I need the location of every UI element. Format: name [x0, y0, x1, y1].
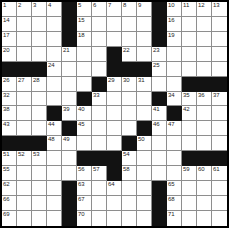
- cell-r8c14[interactable]: [197, 106, 212, 121]
- clue-number: 41: [153, 106, 160, 113]
- black-cell: [107, 47, 122, 62]
- black-cell: [62, 211, 77, 226]
- clue-number: 45: [78, 121, 85, 128]
- black-cell: [2, 136, 17, 151]
- cell-r14c1[interactable]: 66: [2, 196, 17, 211]
- clue-number: 56: [78, 166, 85, 173]
- cell-r7c2[interactable]: [17, 92, 32, 107]
- clue-number: 48: [48, 136, 55, 143]
- cell-r7c10[interactable]: [137, 92, 152, 107]
- black-cell: [182, 77, 197, 92]
- cell-r12c12[interactable]: [167, 166, 182, 181]
- cell-r6c5[interactable]: [62, 77, 77, 92]
- black-cell: [62, 32, 77, 47]
- cell-r14c14[interactable]: [197, 196, 212, 211]
- cell-r6c4[interactable]: [47, 77, 62, 92]
- cell-r2c13[interactable]: [182, 17, 197, 32]
- cell-r13c4[interactable]: [47, 181, 62, 196]
- cell-r8c8[interactable]: [107, 106, 122, 121]
- black-cell: [62, 196, 77, 211]
- cell-r15c1[interactable]: 69: [2, 211, 17, 226]
- clue-number: 25: [153, 62, 160, 69]
- cell-r14c2[interactable]: [17, 196, 32, 211]
- black-cell: [122, 136, 137, 151]
- cell-r14c8[interactable]: [107, 196, 122, 211]
- cell-r15c9[interactable]: [122, 211, 137, 226]
- cell-r15c7[interactable]: [92, 211, 107, 226]
- cell-r9c7[interactable]: [92, 121, 107, 136]
- cell-r3c2[interactable]: [17, 32, 32, 47]
- cell-r14c7[interactable]: [92, 196, 107, 211]
- clue-number: 13: [213, 2, 220, 9]
- cell-r14c15[interactable]: [212, 196, 227, 211]
- cell-r12c1[interactable]: 55: [2, 166, 17, 181]
- black-cell: [77, 151, 92, 166]
- cell-r10c7[interactable]: [92, 136, 107, 151]
- cell-r6c10[interactable]: 31: [137, 77, 152, 92]
- black-cell: [152, 32, 167, 47]
- clue-number: 59: [183, 166, 190, 173]
- cell-r9c13[interactable]: [182, 121, 197, 136]
- cell-r13c10[interactable]: [137, 181, 152, 196]
- clue-number: 40: [78, 106, 85, 113]
- cell-r7c8[interactable]: [107, 92, 122, 107]
- clue-number: 57: [93, 166, 100, 173]
- cell-r6c6[interactable]: [77, 77, 92, 92]
- cell-r2c3[interactable]: [32, 17, 47, 32]
- cell-r3c14[interactable]: [197, 32, 212, 47]
- cell-r1c3[interactable]: 3: [32, 2, 47, 17]
- cell-r14c10[interactable]: [137, 196, 152, 211]
- clue-number: 42: [183, 106, 190, 113]
- cell-r1c12[interactable]: 10: [167, 2, 182, 17]
- clue-number: 21: [63, 47, 70, 54]
- clue-number: 6: [93, 2, 96, 9]
- clue-number: 55: [3, 166, 10, 173]
- cell-r13c14[interactable]: [197, 181, 212, 196]
- cell-r4c4[interactable]: [47, 47, 62, 62]
- cell-r12c11[interactable]: [152, 166, 167, 181]
- cell-r8c9[interactable]: [122, 106, 137, 121]
- cell-r9c11[interactable]: 46: [152, 121, 167, 136]
- cell-r7c7[interactable]: 33: [92, 92, 107, 107]
- black-cell: [152, 211, 167, 226]
- cell-r3c7[interactable]: [92, 32, 107, 47]
- cell-r1c2[interactable]: 2: [17, 2, 32, 17]
- cell-r9c8[interactable]: [107, 121, 122, 136]
- clue-number: 53: [33, 151, 40, 158]
- clue-number: 68: [168, 196, 175, 203]
- cell-r3c6[interactable]: 18: [77, 32, 92, 47]
- black-cell: [92, 151, 107, 166]
- black-cell: [152, 196, 167, 211]
- clue-number: 22: [123, 47, 130, 54]
- clue-number: 50: [138, 136, 145, 143]
- cell-r1c4[interactable]: 4: [47, 2, 62, 17]
- cell-r10c13[interactable]: [182, 136, 197, 151]
- cell-r13c15[interactable]: [212, 181, 227, 196]
- cell-r10c10[interactable]: 50: [137, 136, 152, 151]
- clue-number: 1: [3, 2, 6, 9]
- clue-number: 38: [3, 106, 10, 113]
- cell-r9c12[interactable]: 47: [167, 121, 182, 136]
- cell-r2c15[interactable]: [212, 17, 227, 32]
- cell-r15c8[interactable]: [107, 211, 122, 226]
- cell-r13c8[interactable]: 64: [107, 181, 122, 196]
- black-cell: [122, 62, 137, 77]
- clue-number: 26: [3, 77, 10, 84]
- cell-r4c13[interactable]: [182, 47, 197, 62]
- cell-r13c1[interactable]: 62: [2, 181, 17, 196]
- clue-number: 4: [48, 2, 51, 9]
- clue-number: 35: [183, 92, 190, 99]
- cell-r4c2[interactable]: [17, 47, 32, 62]
- cell-r9c1[interactable]: 43: [2, 121, 17, 136]
- cell-r8c2[interactable]: [17, 106, 32, 121]
- cell-r3c15[interactable]: [212, 32, 227, 47]
- cell-r1c1[interactable]: 1: [2, 2, 17, 17]
- cell-r9c14[interactable]: [197, 121, 212, 136]
- cell-r10c4[interactable]: 48: [47, 136, 62, 151]
- cell-r5c4[interactable]: 24: [47, 62, 62, 77]
- cell-r7c9[interactable]: [122, 92, 137, 107]
- cell-r10c15[interactable]: [212, 136, 227, 151]
- cell-r12c7[interactable]: 57: [92, 166, 107, 181]
- clue-number: 3: [33, 2, 36, 9]
- clue-number: 67: [78, 196, 85, 203]
- cell-r11c3[interactable]: 53: [32, 151, 47, 166]
- cell-r9c9[interactable]: [122, 121, 137, 136]
- cell-r6c8[interactable]: 29: [107, 77, 122, 92]
- cell-r10c12[interactable]: [167, 136, 182, 151]
- cell-r8c11[interactable]: 41: [152, 106, 167, 121]
- cell-r11c5[interactable]: [62, 151, 77, 166]
- clue-number: 60: [198, 166, 205, 173]
- cell-r1c10[interactable]: 9: [137, 2, 152, 17]
- cell-r9c4[interactable]: 44: [47, 121, 62, 136]
- cell-r6c12[interactable]: [167, 77, 182, 92]
- clue-number: 29: [108, 77, 115, 84]
- clue-number: 32: [3, 92, 10, 99]
- clue-number: 8: [123, 2, 126, 9]
- clue-number: 11: [183, 2, 189, 9]
- cell-r12c2[interactable]: [17, 166, 32, 181]
- cell-r2c2[interactable]: [17, 17, 32, 32]
- cell-r15c10[interactable]: [137, 211, 152, 226]
- cell-r6c2[interactable]: 27: [17, 77, 32, 92]
- cell-r5c13[interactable]: [182, 62, 197, 77]
- cell-r13c7[interactable]: [92, 181, 107, 196]
- cell-r4c12[interactable]: [167, 47, 182, 62]
- black-cell: [137, 62, 152, 77]
- cell-r9c15[interactable]: [212, 121, 227, 136]
- cell-r11c4[interactable]: [47, 151, 62, 166]
- cell-r14c9[interactable]: [122, 196, 137, 211]
- cell-r2c14[interactable]: [197, 17, 212, 32]
- cell-r4c15[interactable]: [212, 47, 227, 62]
- clue-number: 24: [48, 62, 55, 69]
- clue-number: 31: [138, 77, 145, 84]
- clue-number: 52: [18, 151, 25, 158]
- cell-r7c5[interactable]: [62, 92, 77, 107]
- cell-r4c10[interactable]: [137, 47, 152, 62]
- black-cell: [62, 121, 77, 136]
- cell-r6c3[interactable]: 28: [32, 77, 47, 92]
- cell-r7c4[interactable]: [47, 92, 62, 107]
- clue-number: 28: [33, 77, 40, 84]
- cell-r3c1[interactable]: 17: [2, 32, 17, 47]
- cell-r4c6[interactable]: [77, 47, 92, 62]
- cell-r4c3[interactable]: [32, 47, 47, 62]
- clue-number: 61: [213, 166, 220, 173]
- black-cell: [107, 62, 122, 77]
- clue-number: 20: [3, 47, 10, 54]
- black-cell: [137, 121, 152, 136]
- cell-r8c5[interactable]: 39: [62, 106, 77, 121]
- black-cell: [197, 151, 212, 166]
- cell-r15c15[interactable]: [212, 211, 227, 226]
- clue-number: 17: [3, 32, 10, 39]
- clue-number: 12: [198, 2, 205, 9]
- cell-r12c5[interactable]: [62, 166, 77, 181]
- clue-number: 33: [93, 92, 100, 99]
- clue-number: 30: [123, 77, 130, 84]
- cell-r11c10[interactable]: [137, 151, 152, 166]
- black-cell: [152, 92, 167, 107]
- cell-r14c12[interactable]: 68: [167, 196, 182, 211]
- cell-r8c6[interactable]: 40: [77, 106, 92, 121]
- cell-r7c14[interactable]: 36: [197, 92, 212, 107]
- cell-r8c10[interactable]: [137, 106, 152, 121]
- cell-r12c13[interactable]: 59: [182, 166, 197, 181]
- cell-r15c6[interactable]: 70: [77, 211, 92, 226]
- cell-r15c3[interactable]: [32, 211, 47, 226]
- clue-number: 58: [123, 166, 130, 173]
- cell-r15c4[interactable]: [47, 211, 62, 226]
- black-cell: [47, 106, 62, 121]
- black-cell: [152, 17, 167, 32]
- black-cell: [167, 106, 182, 121]
- cell-r4c11[interactable]: 23: [152, 47, 167, 62]
- clue-number: 71: [168, 211, 175, 218]
- black-cell: [32, 62, 47, 77]
- cell-r5c5[interactable]: [62, 62, 77, 77]
- clue-number: 2: [18, 2, 21, 9]
- clue-number: 34: [168, 92, 175, 99]
- cell-r1c15[interactable]: 13: [212, 2, 227, 17]
- clue-number: 63: [78, 181, 85, 188]
- clue-number: 36: [198, 92, 205, 99]
- black-cell: [17, 62, 32, 77]
- clue-number: 64: [108, 181, 115, 188]
- cell-r3c12[interactable]: 19: [167, 32, 182, 47]
- cell-r2c8[interactable]: [107, 17, 122, 32]
- cell-r11c9[interactable]: 54: [122, 151, 137, 166]
- cell-r3c8[interactable]: [107, 32, 122, 47]
- cell-r4c5[interactable]: 21: [62, 47, 77, 62]
- black-cell: [152, 2, 167, 17]
- clue-number: 7: [108, 2, 111, 9]
- cell-r3c4[interactable]: [47, 32, 62, 47]
- cell-r15c12[interactable]: 71: [167, 211, 182, 226]
- cell-r8c13[interactable]: 42: [182, 106, 197, 121]
- black-cell: [62, 2, 77, 17]
- cell-r3c13[interactable]: [182, 32, 197, 47]
- cell-r12c15[interactable]: 61: [212, 166, 227, 181]
- cell-r4c14[interactable]: [197, 47, 212, 62]
- clue-number: 43: [3, 121, 10, 128]
- black-cell: [32, 136, 47, 151]
- black-cell: [182, 151, 197, 166]
- black-cell: [92, 77, 107, 92]
- cell-r2c4[interactable]: [47, 17, 62, 32]
- cell-r5c6[interactable]: [77, 62, 92, 77]
- black-cell: [107, 151, 122, 166]
- clue-number: 69: [3, 211, 10, 218]
- cell-r1c13[interactable]: 11: [182, 2, 197, 17]
- cell-r14c6[interactable]: 67: [77, 196, 92, 211]
- cell-r13c6[interactable]: 63: [77, 181, 92, 196]
- cell-r14c13[interactable]: [182, 196, 197, 211]
- cell-r7c12[interactable]: 34: [167, 92, 182, 107]
- cell-r7c13[interactable]: 35: [182, 92, 197, 107]
- cell-r9c6[interactable]: 45: [77, 121, 92, 136]
- clue-number: 66: [3, 196, 10, 203]
- cell-r3c9[interactable]: [122, 32, 137, 47]
- clue-number: 54: [123, 151, 130, 158]
- cell-r9c2[interactable]: [17, 121, 32, 136]
- cell-r11c1[interactable]: 51: [2, 151, 17, 166]
- cell-r3c3[interactable]: [32, 32, 47, 47]
- cell-r12c4[interactable]: [47, 166, 62, 181]
- clue-number: 44: [48, 121, 55, 128]
- black-cell: [2, 62, 17, 77]
- cell-r11c11[interactable]: [152, 151, 167, 166]
- cell-r15c14[interactable]: [197, 211, 212, 226]
- clue-number: 9: [138, 2, 141, 9]
- cell-r8c1[interactable]: 38: [2, 106, 17, 121]
- clue-number: 49: [63, 136, 70, 143]
- cell-r12c6[interactable]: 56: [77, 166, 92, 181]
- clue-number: 14: [3, 17, 10, 24]
- cell-r3c10[interactable]: [137, 32, 152, 47]
- cell-r14c3[interactable]: [32, 196, 47, 211]
- cell-r1c14[interactable]: 12: [197, 2, 212, 17]
- cell-r1c9[interactable]: 8: [122, 2, 137, 17]
- clue-number: 65: [168, 181, 175, 188]
- clue-number: 19: [168, 32, 175, 39]
- black-cell: [197, 77, 212, 92]
- black-cell: [152, 181, 167, 196]
- cell-r1c7[interactable]: 6: [92, 2, 107, 17]
- cell-r4c7[interactable]: [92, 47, 107, 62]
- cell-r6c11[interactable]: [152, 77, 167, 92]
- cell-r5c11[interactable]: 25: [152, 62, 167, 77]
- cell-r15c2[interactable]: [17, 211, 32, 226]
- cell-r9c3[interactable]: [32, 121, 47, 136]
- clue-number: 39: [63, 106, 70, 113]
- cell-r13c9[interactable]: [122, 181, 137, 196]
- crossword-board: 1234567891011121314151617181920212223242…: [0, 0, 229, 228]
- cell-r5c15[interactable]: [212, 62, 227, 77]
- cell-r10c14[interactable]: [197, 136, 212, 151]
- cell-r2c9[interactable]: [122, 17, 137, 32]
- cell-r5c12[interactable]: [167, 62, 182, 77]
- black-cell: [212, 151, 227, 166]
- black-cell: [212, 77, 227, 92]
- clue-number: 51: [3, 151, 10, 158]
- cell-r13c13[interactable]: [182, 181, 197, 196]
- black-cell: [62, 181, 77, 196]
- cell-r12c14[interactable]: 60: [197, 166, 212, 181]
- cell-r13c2[interactable]: [17, 181, 32, 196]
- clue-number: 27: [18, 77, 25, 84]
- cell-r12c10[interactable]: [137, 166, 152, 181]
- cell-r12c9[interactable]: 58: [122, 166, 137, 181]
- cell-r5c14[interactable]: [197, 62, 212, 77]
- cell-r10c8[interactable]: [107, 136, 122, 151]
- clue-number: 5: [78, 2, 81, 9]
- cell-r8c7[interactable]: [92, 106, 107, 121]
- clue-number: 37: [213, 92, 220, 99]
- cell-r13c12[interactable]: 65: [167, 181, 182, 196]
- black-cell: [17, 136, 32, 151]
- cell-r6c1[interactable]: 26: [2, 77, 17, 92]
- cell-r6c9[interactable]: 30: [122, 77, 137, 92]
- cell-r1c8[interactable]: 7: [107, 2, 122, 17]
- clue-number: 23: [153, 47, 160, 54]
- cell-r5c7[interactable]: [92, 62, 107, 77]
- clue-number: 62: [3, 181, 10, 188]
- clue-number: 16: [168, 17, 175, 24]
- black-cell: [62, 17, 77, 32]
- clue-number: 18: [78, 32, 85, 39]
- black-cell: [77, 92, 92, 107]
- cell-r11c2[interactable]: 52: [17, 151, 32, 166]
- clue-number: 70: [78, 211, 85, 218]
- cell-r7c1[interactable]: 32: [2, 92, 17, 107]
- cell-r10c5[interactable]: 49: [62, 136, 77, 151]
- clue-number: 15: [78, 17, 85, 24]
- cell-r8c15[interactable]: [212, 106, 227, 121]
- cell-r8c3[interactable]: [32, 106, 47, 121]
- cell-r10c11[interactable]: [152, 136, 167, 151]
- cell-r12c3[interactable]: [32, 166, 47, 181]
- cell-r2c1[interactable]: 14: [2, 17, 17, 32]
- black-cell: [107, 166, 122, 181]
- cell-r14c4[interactable]: [47, 196, 62, 211]
- cell-r2c7[interactable]: [92, 17, 107, 32]
- clue-number: 10: [168, 2, 175, 9]
- cell-r4c1[interactable]: 20: [2, 47, 17, 62]
- cell-r11c12[interactable]: [167, 151, 182, 166]
- cell-r13c3[interactable]: [32, 181, 47, 196]
- cell-r10c6[interactable]: [77, 136, 92, 151]
- cell-r1c6[interactable]: 5: [77, 2, 92, 17]
- clue-number: 47: [168, 121, 175, 128]
- cell-r2c12[interactable]: 16: [167, 17, 182, 32]
- cell-r7c3[interactable]: [32, 92, 47, 107]
- cell-r7c15[interactable]: 37: [212, 92, 227, 107]
- cell-r2c10[interactable]: [137, 17, 152, 32]
- cell-r4c9[interactable]: 22: [122, 47, 137, 62]
- clue-number: 46: [153, 121, 160, 128]
- cell-r15c13[interactable]: [182, 211, 197, 226]
- cell-r2c6[interactable]: 15: [77, 17, 92, 32]
